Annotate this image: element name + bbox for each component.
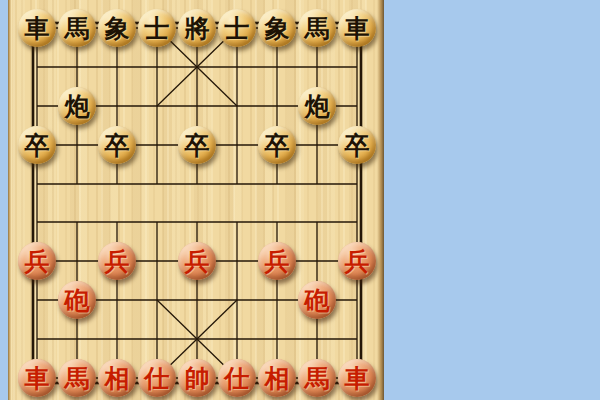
- piece-black-horse[interactable]: 馬: [58, 9, 96, 47]
- piece-black-chariot[interactable]: 車: [18, 9, 56, 47]
- piece-black-advisor[interactable]: 士: [138, 9, 176, 47]
- piece-black-general[interactable]: 將: [178, 9, 216, 47]
- piece-red-general[interactable]: 帥: [178, 359, 216, 397]
- piece-red-soldier[interactable]: 兵: [338, 242, 376, 280]
- piece-black-chariot[interactable]: 車: [338, 9, 376, 47]
- piece-black-elephant[interactable]: 象: [98, 9, 136, 47]
- piece-red-elephant[interactable]: 相: [258, 359, 296, 397]
- piece-red-cannon[interactable]: 砲: [58, 281, 96, 319]
- piece-black-soldier[interactable]: 卒: [338, 126, 376, 164]
- piece-red-chariot[interactable]: 車: [18, 359, 56, 397]
- xiangqi-board[interactable]: 車馬象士將士象馬車炮炮卒卒卒卒卒兵兵兵兵兵砲砲車馬相仕帥仕相馬車: [8, 0, 384, 400]
- piece-red-chariot[interactable]: 車: [338, 359, 376, 397]
- piece-black-soldier[interactable]: 卒: [178, 126, 216, 164]
- piece-black-elephant[interactable]: 象: [258, 9, 296, 47]
- piece-red-elephant[interactable]: 相: [98, 359, 136, 397]
- piece-red-advisor[interactable]: 仕: [138, 359, 176, 397]
- piece-black-soldier[interactable]: 卒: [258, 126, 296, 164]
- piece-red-horse[interactable]: 馬: [298, 359, 336, 397]
- piece-red-soldier[interactable]: 兵: [98, 242, 136, 280]
- piece-red-advisor[interactable]: 仕: [218, 359, 256, 397]
- piece-red-horse[interactable]: 馬: [58, 359, 96, 397]
- piece-black-advisor[interactable]: 士: [218, 9, 256, 47]
- piece-black-horse[interactable]: 馬: [298, 9, 336, 47]
- piece-red-cannon[interactable]: 砲: [298, 281, 336, 319]
- board-grid-lines: [8, 0, 384, 400]
- piece-black-cannon[interactable]: 炮: [58, 87, 96, 125]
- piece-black-soldier[interactable]: 卒: [98, 126, 136, 164]
- piece-red-soldier[interactable]: 兵: [258, 242, 296, 280]
- piece-red-soldier[interactable]: 兵: [178, 242, 216, 280]
- xiangqi-app-window: 車馬象士將士象馬車炮炮卒卒卒卒卒兵兵兵兵兵砲砲車馬相仕帥仕相馬車: [0, 0, 600, 400]
- piece-red-soldier[interactable]: 兵: [18, 242, 56, 280]
- piece-black-cannon[interactable]: 炮: [298, 87, 336, 125]
- piece-black-soldier[interactable]: 卒: [18, 126, 56, 164]
